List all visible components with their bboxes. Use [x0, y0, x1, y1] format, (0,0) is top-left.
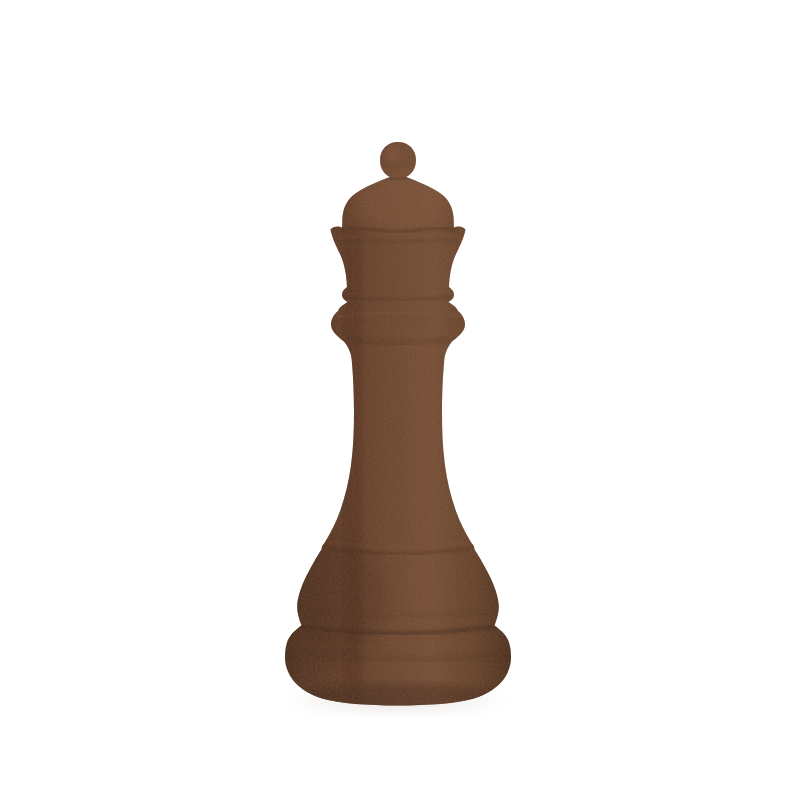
- product-photo: [0, 0, 800, 800]
- queen-photo-svg: [0, 0, 800, 800]
- chess-queen-figurine: [0, 0, 800, 800]
